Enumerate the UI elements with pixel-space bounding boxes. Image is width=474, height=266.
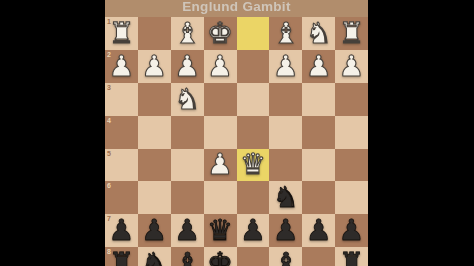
square-f8: ♝ [171, 247, 204, 266]
square-a4 [335, 116, 368, 149]
square-g3 [138, 83, 171, 116]
square-c8: ♝ [269, 247, 302, 266]
rank-label-3: 3 [107, 83, 111, 92]
piece-white-bishop: ♝ [273, 19, 299, 48]
piece-black-pawn: ♟ [273, 216, 299, 245]
square-d3 [237, 83, 270, 116]
piece-black-pawn: ♟ [174, 216, 200, 245]
piece-black-knight: ♞ [273, 183, 299, 212]
square-c5 [269, 149, 302, 182]
square-a8: ♜ [335, 247, 368, 266]
square-e7: ♛ [204, 214, 237, 247]
piece-white-pawn: ♟ [108, 52, 134, 81]
video-frame: { "title": "Englund Gambit", "game": "ch… [0, 0, 474, 266]
chess-board: 1♜♝♚♝♞♜2♟♟♟♟♟♟♟3♞45♟♛6♞7♟♟♟♛♟♟♟♟8♜♞♝♚♝♜ [105, 17, 368, 266]
square-h7: 7♟ [105, 214, 138, 247]
piece-white-queen: ♛ [240, 150, 266, 179]
square-g2: ♟ [138, 50, 171, 83]
square-f7: ♟ [171, 214, 204, 247]
square-a6 [335, 181, 368, 214]
square-f4 [171, 116, 204, 149]
rank-label-5: 5 [107, 149, 111, 158]
square-d7: ♟ [237, 214, 270, 247]
rank-label-4: 4 [107, 116, 111, 125]
piece-white-pawn: ♟ [174, 52, 200, 81]
piece-black-king: ♚ [207, 249, 233, 266]
square-b6 [302, 181, 335, 214]
square-d2 [237, 50, 270, 83]
square-c4 [269, 116, 302, 149]
square-a1: ♜ [335, 17, 368, 50]
square-f6 [171, 181, 204, 214]
piece-white-knight: ♞ [174, 85, 200, 114]
square-h3: 3 [105, 83, 138, 116]
page-title: Englund Gambit [105, 0, 368, 15]
square-c1: ♝ [269, 17, 302, 50]
piece-black-rook: ♜ [339, 249, 365, 266]
square-e2: ♟ [204, 50, 237, 83]
square-c2: ♟ [269, 50, 302, 83]
piece-black-pawn: ♟ [339, 216, 365, 245]
square-c6: ♞ [269, 181, 302, 214]
piece-black-bishop: ♝ [273, 249, 299, 266]
square-h5: 5 [105, 149, 138, 182]
square-g6 [138, 181, 171, 214]
square-f2: ♟ [171, 50, 204, 83]
square-d5: ♛ [237, 149, 270, 182]
piece-white-pawn: ♟ [273, 52, 299, 81]
square-d4 [237, 116, 270, 149]
piece-black-knight: ♞ [141, 249, 167, 266]
square-a5 [335, 149, 368, 182]
square-e5: ♟ [204, 149, 237, 182]
square-f3: ♞ [171, 83, 204, 116]
square-e3 [204, 83, 237, 116]
piece-white-pawn: ♟ [207, 150, 233, 179]
square-b2: ♟ [302, 50, 335, 83]
piece-white-knight: ♞ [306, 19, 332, 48]
piece-white-bishop: ♝ [174, 19, 200, 48]
piece-white-rook: ♜ [108, 19, 134, 48]
square-h6: 6 [105, 181, 138, 214]
piece-black-pawn: ♟ [108, 216, 134, 245]
square-h1: 1♜ [105, 17, 138, 50]
square-a2: ♟ [335, 50, 368, 83]
square-d6 [237, 181, 270, 214]
square-h2: 2♟ [105, 50, 138, 83]
square-c7: ♟ [269, 214, 302, 247]
piece-black-queen: ♛ [207, 216, 233, 245]
square-b3 [302, 83, 335, 116]
piece-white-king: ♚ [207, 19, 233, 48]
square-h8: 8♜ [105, 247, 138, 266]
piece-white-pawn: ♟ [339, 52, 365, 81]
piece-white-pawn: ♟ [207, 52, 233, 81]
square-b4 [302, 116, 335, 149]
rank-label-6: 6 [107, 181, 111, 190]
square-f1: ♝ [171, 17, 204, 50]
square-f5 [171, 149, 204, 182]
square-d8 [237, 247, 270, 266]
square-e6 [204, 181, 237, 214]
square-a3 [335, 83, 368, 116]
piece-black-pawn: ♟ [306, 216, 332, 245]
square-a7: ♟ [335, 214, 368, 247]
square-d1 [237, 17, 270, 50]
piece-black-pawn: ♟ [141, 216, 167, 245]
title-bar: Englund Gambit [105, 0, 368, 17]
letterbox-right [368, 0, 474, 266]
piece-black-rook: ♜ [108, 249, 134, 266]
piece-white-rook: ♜ [339, 19, 365, 48]
square-e1: ♚ [204, 17, 237, 50]
piece-black-bishop: ♝ [174, 249, 200, 266]
square-b5 [302, 149, 335, 182]
square-g7: ♟ [138, 214, 171, 247]
square-g1 [138, 17, 171, 50]
square-b8 [302, 247, 335, 266]
square-e4 [204, 116, 237, 149]
piece-white-pawn: ♟ [306, 52, 332, 81]
piece-black-pawn: ♟ [240, 216, 266, 245]
letterbox-left [0, 0, 105, 266]
square-h4: 4 [105, 116, 138, 149]
square-g4 [138, 116, 171, 149]
square-b1: ♞ [302, 17, 335, 50]
square-g5 [138, 149, 171, 182]
square-b7: ♟ [302, 214, 335, 247]
piece-white-pawn: ♟ [141, 52, 167, 81]
square-g8: ♞ [138, 247, 171, 266]
square-e8: ♚ [204, 247, 237, 266]
square-c3 [269, 83, 302, 116]
video-content: Englund Gambit 1♜♝♚♝♞♜2♟♟♟♟♟♟♟3♞45♟♛6♞7♟… [105, 0, 368, 266]
